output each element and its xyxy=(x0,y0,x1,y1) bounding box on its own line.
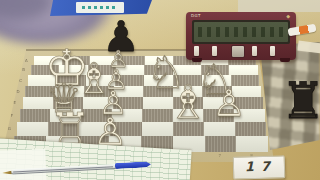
tournament-photo: ABCDEFGH12345678 DGT ◆ ♟♙♔♙♘♗♘♕♙♙♗♜♙♖ 17 xyxy=(0,0,320,180)
black-rook[interactable]: ♜ xyxy=(278,76,320,126)
pen-body xyxy=(11,164,117,175)
white-pawn[interactable]: ♙ xyxy=(211,85,248,122)
pen-cap xyxy=(115,161,151,169)
white-bishop[interactable]: ♗ xyxy=(165,79,211,125)
table-number: 17 xyxy=(234,156,285,177)
table-number-card: 17 xyxy=(233,155,286,179)
